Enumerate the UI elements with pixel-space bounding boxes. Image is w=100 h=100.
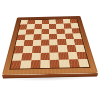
photo-background	[0, 0, 100, 100]
playing-area	[9, 19, 90, 70]
square-d1[interactable]	[40, 60, 50, 68]
board-frame	[2, 16, 98, 75]
square-c1[interactable]	[30, 60, 40, 68]
square-h1[interactable]	[78, 59, 90, 67]
chess-board	[0, 0, 98, 100]
